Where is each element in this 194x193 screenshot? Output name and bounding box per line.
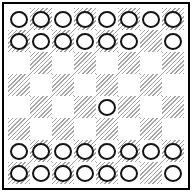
square-r6c8[interactable] [162, 118, 184, 140]
piece-white-disc[interactable] [120, 165, 138, 182]
square-r7c5[interactable] [96, 140, 118, 162]
piece-white-disc[interactable] [54, 165, 72, 182]
square-r5c3[interactable] [52, 96, 74, 118]
piece-white-disc[interactable] [76, 143, 94, 160]
piece-white-disc[interactable] [98, 11, 116, 28]
square-r8c4[interactable] [74, 162, 96, 184]
piece-white-disc[interactable] [142, 11, 160, 28]
square-r2c2[interactable] [30, 30, 52, 52]
square-r1c6[interactable] [118, 8, 140, 30]
square-r4c4[interactable] [74, 74, 96, 96]
piece-white-disc[interactable] [98, 99, 116, 116]
square-r5c5[interactable] [96, 96, 118, 118]
piece-white-disc[interactable] [32, 33, 50, 50]
square-r3c1[interactable] [8, 52, 30, 74]
square-r3c4[interactable] [74, 52, 96, 74]
piece-white-disc[interactable] [54, 33, 72, 50]
square-r6c3[interactable] [52, 118, 74, 140]
square-r3c2[interactable] [30, 52, 52, 74]
piece-white-disc[interactable] [76, 11, 94, 28]
square-r8c1[interactable] [8, 162, 30, 184]
square-r3c6[interactable] [118, 52, 140, 74]
piece-white-disc[interactable] [164, 33, 182, 50]
square-r8c6[interactable] [118, 162, 140, 184]
board-frame [2, 2, 190, 190]
square-r6c5[interactable] [96, 118, 118, 140]
square-r4c5[interactable] [96, 74, 118, 96]
piece-white-disc[interactable] [98, 33, 116, 50]
square-r4c2[interactable] [30, 74, 52, 96]
square-r3c7[interactable] [140, 52, 162, 74]
piece-white-disc[interactable] [164, 165, 182, 182]
square-r1c5[interactable] [96, 8, 118, 30]
square-r5c8[interactable] [162, 96, 184, 118]
square-r1c3[interactable] [52, 8, 74, 30]
square-r5c7[interactable] [140, 96, 162, 118]
square-r4c1[interactable] [8, 74, 30, 96]
piece-white-disc[interactable] [10, 33, 28, 50]
piece-white-disc[interactable] [120, 11, 138, 28]
square-r4c3[interactable] [52, 74, 74, 96]
square-r4c7[interactable] [140, 74, 162, 96]
square-r7c8[interactable] [162, 140, 184, 162]
piece-white-disc[interactable] [10, 143, 28, 160]
square-r6c1[interactable] [8, 118, 30, 140]
square-r7c2[interactable] [30, 140, 52, 162]
piece-white-disc[interactable] [98, 143, 116, 160]
piece-white-disc[interactable] [76, 33, 94, 50]
square-r2c3[interactable] [52, 30, 74, 52]
square-r8c8[interactable] [162, 162, 184, 184]
square-r3c8[interactable] [162, 52, 184, 74]
square-r1c4[interactable] [74, 8, 96, 30]
square-r6c6[interactable] [118, 118, 140, 140]
square-r3c5[interactable] [96, 52, 118, 74]
piece-white-disc[interactable] [142, 143, 160, 160]
piece-white-disc[interactable] [120, 33, 138, 50]
square-r7c3[interactable] [52, 140, 74, 162]
square-r4c6[interactable] [118, 74, 140, 96]
square-r1c2[interactable] [30, 8, 52, 30]
square-r5c1[interactable] [8, 96, 30, 118]
square-r7c4[interactable] [74, 140, 96, 162]
square-r3c3[interactable] [52, 52, 74, 74]
piece-white-disc[interactable] [54, 11, 72, 28]
square-r1c8[interactable] [162, 8, 184, 30]
square-r4c8[interactable] [162, 74, 184, 96]
piece-white-disc[interactable] [54, 143, 72, 160]
square-r7c1[interactable] [8, 140, 30, 162]
piece-white-disc[interactable] [76, 165, 94, 182]
square-r1c7[interactable] [140, 8, 162, 30]
square-r2c1[interactable] [8, 30, 30, 52]
square-r5c6[interactable] [118, 96, 140, 118]
square-r7c6[interactable] [118, 140, 140, 162]
square-r8c2[interactable] [30, 162, 52, 184]
square-r8c5[interactable] [96, 162, 118, 184]
square-r6c2[interactable] [30, 118, 52, 140]
square-r2c7[interactable] [140, 30, 162, 52]
board-diagram [0, 0, 194, 193]
piece-white-disc[interactable] [120, 143, 138, 160]
piece-white-disc[interactable] [10, 165, 28, 182]
square-r5c4[interactable] [74, 96, 96, 118]
piece-white-disc[interactable] [164, 143, 182, 160]
square-r5c2[interactable] [30, 96, 52, 118]
square-r1c1[interactable] [8, 8, 30, 30]
square-r2c8[interactable] [162, 30, 184, 52]
square-r2c6[interactable] [118, 30, 140, 52]
square-r6c7[interactable] [140, 118, 162, 140]
square-r2c5[interactable] [96, 30, 118, 52]
piece-white-disc[interactable] [164, 11, 182, 28]
square-r8c7[interactable] [140, 162, 162, 184]
piece-white-disc[interactable] [10, 11, 28, 28]
piece-white-disc[interactable] [98, 165, 116, 182]
square-r7c7[interactable] [140, 140, 162, 162]
piece-white-disc[interactable] [32, 11, 50, 28]
square-r6c4[interactable] [74, 118, 96, 140]
square-r8c3[interactable] [52, 162, 74, 184]
piece-white-disc[interactable] [32, 143, 50, 160]
board [8, 8, 184, 184]
piece-white-disc[interactable] [32, 165, 50, 182]
square-r2c4[interactable] [74, 30, 96, 52]
